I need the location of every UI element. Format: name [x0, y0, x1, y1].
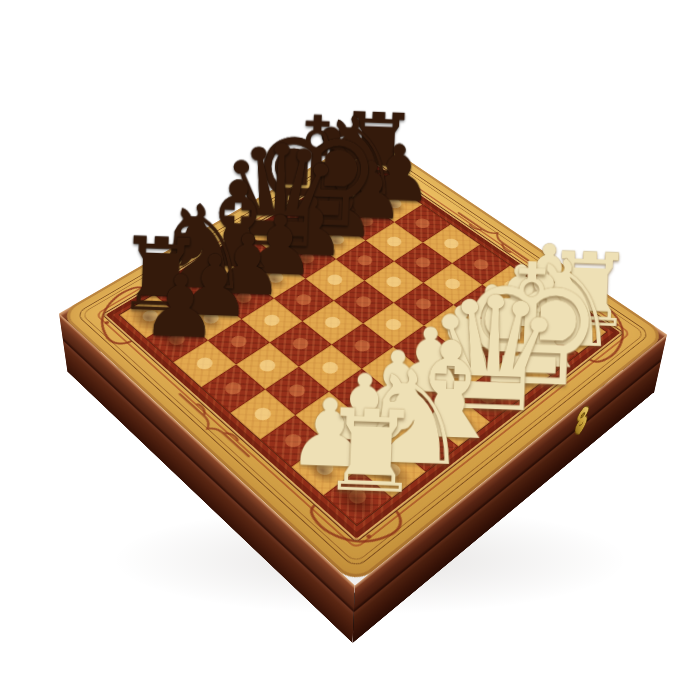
piece-shadow [255, 266, 293, 293]
piece-shadow [121, 298, 175, 338]
chess-set-photo: ♜♟♟♜♞♟♟♞♝♟♟♝♚♟♟♚♛♟♟♛♝♟♟♝♞♟♟♞♜♟♟♜ [0, 0, 700, 700]
piece-shadow [222, 285, 260, 313]
